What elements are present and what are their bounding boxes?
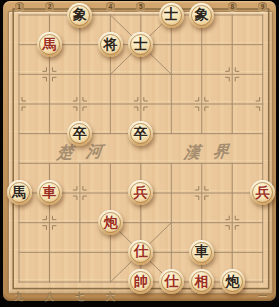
intersection-1-0[interactable]	[4, 0, 34, 30]
piece-red-horse[interactable]: 馬	[37, 32, 62, 57]
intersection-6-8[interactable]	[156, 237, 186, 267]
intersection-9-7[interactable]	[247, 208, 277, 238]
intersection-8-5[interactable]	[217, 148, 247, 178]
intersection-9-1[interactable]	[247, 30, 277, 60]
intersection-9-8[interactable]	[247, 237, 277, 267]
board-window: 楚河 漢界 124589 九八七六一 象士象馬将士卒卒馬車兵兵炮仕車帥仕相炮	[0, 0, 279, 307]
piece-black-chariot[interactable]: 車	[189, 240, 214, 265]
piece-char: 馬	[7, 180, 32, 205]
intersection-4-2[interactable]	[95, 60, 125, 90]
intersection-4-1[interactable]: 将	[95, 30, 125, 60]
intersection-6-0[interactable]: 士	[156, 0, 186, 30]
intersection-2-0[interactable]	[34, 0, 64, 30]
piece-char: 仕	[128, 240, 153, 265]
intersection-3-0[interactable]: 象	[65, 0, 95, 30]
intersection-3-8[interactable]	[65, 237, 95, 267]
intersection-9-4[interactable]	[247, 119, 277, 149]
intersection-8-4[interactable]	[217, 119, 247, 149]
piece-char: 相	[189, 269, 214, 294]
piece-black-horse[interactable]: 馬	[7, 180, 32, 205]
piece-black-advisor[interactable]: 士	[128, 32, 153, 57]
intersection-3-3[interactable]	[65, 89, 95, 119]
intersection-5-2[interactable]	[126, 60, 156, 90]
intersection-4-3[interactable]	[95, 89, 125, 119]
intersection-2-1[interactable]: 馬	[34, 30, 64, 60]
intersection-9-9[interactable]	[247, 267, 277, 297]
intersection-8-7[interactable]	[217, 208, 247, 238]
intersection-5-3[interactable]	[126, 89, 156, 119]
piece-black-general[interactable]: 将	[98, 32, 123, 57]
intersection-5-1[interactable]: 士	[126, 30, 156, 60]
piece-black-elephant[interactable]: 象	[189, 3, 214, 28]
piece-red-advisor[interactable]: 仕	[159, 269, 184, 294]
intersection-8-8[interactable]	[217, 237, 247, 267]
piece-char: 士	[159, 3, 184, 28]
intersection-6-5[interactable]	[156, 148, 186, 178]
intersection-2-3[interactable]	[34, 89, 64, 119]
intersection-3-5[interactable]	[65, 148, 95, 178]
intersection-5-7[interactable]	[126, 208, 156, 238]
intersection-1-6[interactable]: 馬	[4, 178, 34, 208]
piece-char: 兵	[128, 180, 153, 205]
intersection-8-2[interactable]	[217, 60, 247, 90]
intersection-3-6[interactable]	[65, 178, 95, 208]
intersection-9-5[interactable]	[247, 148, 277, 178]
intersection-2-7[interactable]	[34, 208, 64, 238]
intersection-7-2[interactable]	[187, 60, 217, 90]
intersection-4-6[interactable]	[95, 178, 125, 208]
intersection-5-0[interactable]	[126, 0, 156, 30]
intersection-1-7[interactable]	[4, 208, 34, 238]
piece-red-soldier[interactable]: 兵	[250, 180, 275, 205]
intersection-6-2[interactable]	[156, 60, 186, 90]
intersection-6-6[interactable]	[156, 178, 186, 208]
intersection-1-9[interactable]	[4, 267, 34, 297]
intersection-7-4[interactable]	[187, 119, 217, 149]
intersection-1-8[interactable]	[4, 237, 34, 267]
piece-char: 炮	[98, 210, 123, 235]
intersection-7-9[interactable]: 相	[187, 267, 217, 297]
intersection-2-4[interactable]	[34, 119, 64, 149]
piece-black-advisor[interactable]: 士	[159, 3, 184, 28]
piece-black-elephant[interactable]: 象	[67, 3, 92, 28]
intersection-6-7[interactable]	[156, 208, 186, 238]
intersection-2-5[interactable]	[34, 148, 64, 178]
intersection-7-1[interactable]	[187, 30, 217, 60]
intersection-4-4[interactable]	[95, 119, 125, 149]
intersection-1-4[interactable]	[4, 119, 34, 149]
intersection-4-9[interactable]	[95, 267, 125, 297]
piece-char: 馬	[37, 32, 62, 57]
intersection-1-2[interactable]	[4, 60, 34, 90]
intersection-6-1[interactable]	[156, 30, 186, 60]
intersection-3-4[interactable]: 卒	[65, 119, 95, 149]
piece-char: 卒	[67, 121, 92, 146]
intersection-5-9[interactable]: 帥	[126, 267, 156, 297]
intersection-8-9[interactable]: 炮	[217, 267, 247, 297]
intersection-2-2[interactable]	[34, 60, 64, 90]
piece-char: 将	[98, 32, 123, 57]
intersection-7-7[interactable]	[187, 208, 217, 238]
intersection-5-6[interactable]: 兵	[126, 178, 156, 208]
piece-char: 士	[128, 32, 153, 57]
intersection-8-0[interactable]	[217, 0, 247, 30]
piece-char: 象	[189, 3, 214, 28]
intersection-6-9[interactable]: 仕	[156, 267, 186, 297]
piece-char: 象	[67, 3, 92, 28]
intersection-1-3[interactable]	[4, 89, 34, 119]
piece-char: 仕	[159, 269, 184, 294]
intersection-5-8[interactable]: 仕	[126, 237, 156, 267]
intersection-3-1[interactable]	[65, 30, 95, 60]
intersection-6-3[interactable]	[156, 89, 186, 119]
intersection-5-4[interactable]: 卒	[126, 119, 156, 149]
intersection-4-0[interactable]	[95, 0, 125, 30]
intersection-8-3[interactable]	[217, 89, 247, 119]
intersection-8-1[interactable]	[217, 30, 247, 60]
intersection-7-0[interactable]: 象	[187, 0, 217, 30]
intersection-7-3[interactable]	[187, 89, 217, 119]
piece-black-cannon[interactable]: 炮	[220, 269, 245, 294]
intersection-3-9[interactable]	[65, 267, 95, 297]
piece-red-advisor[interactable]: 仕	[128, 240, 153, 265]
intersection-9-2[interactable]	[247, 60, 277, 90]
intersection-3-2[interactable]	[65, 60, 95, 90]
intersection-7-8[interactable]: 車	[187, 237, 217, 267]
piece-red-cannon[interactable]: 炮	[98, 210, 123, 235]
intersection-9-3[interactable]	[247, 89, 277, 119]
intersection-4-7[interactable]: 炮	[95, 208, 125, 238]
intersection-1-5[interactable]	[4, 148, 34, 178]
piece-char: 車	[37, 180, 62, 205]
intersection-2-9[interactable]	[34, 267, 64, 297]
intersection-7-6[interactable]	[187, 178, 217, 208]
intersection-8-6[interactable]	[217, 178, 247, 208]
piece-black-soldier[interactable]: 卒	[67, 121, 92, 146]
piece-char: 炮	[220, 269, 245, 294]
intersection-2-6[interactable]: 車	[34, 178, 64, 208]
intersection-4-5[interactable]	[95, 148, 125, 178]
piece-red-soldier[interactable]: 兵	[128, 180, 153, 205]
intersection-9-0[interactable]	[247, 0, 277, 30]
piece-red-elephant[interactable]: 相	[189, 269, 214, 294]
intersection-9-6[interactable]: 兵	[247, 178, 277, 208]
piece-char: 卒	[128, 121, 153, 146]
piece-red-chariot[interactable]: 車	[37, 180, 62, 205]
piece-red-general[interactable]: 帥	[128, 269, 153, 294]
intersection-1-1[interactable]	[4, 30, 34, 60]
piece-char: 兵	[250, 180, 275, 205]
intersection-3-7[interactable]	[65, 208, 95, 238]
intersection-6-4[interactable]	[156, 119, 186, 149]
board-grid: 象士象馬将士卒卒馬車兵兵炮仕車帥仕相炮	[4, 0, 278, 297]
intersection-5-5[interactable]	[126, 148, 156, 178]
piece-char: 車	[189, 240, 214, 265]
piece-char: 帥	[128, 269, 153, 294]
intersection-2-8[interactable]	[34, 237, 64, 267]
intersection-7-5[interactable]	[187, 148, 217, 178]
piece-black-soldier[interactable]: 卒	[128, 121, 153, 146]
intersection-4-8[interactable]	[95, 237, 125, 267]
